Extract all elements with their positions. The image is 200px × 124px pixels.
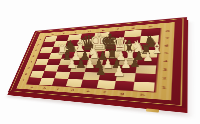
light-pawn: ♟ (143, 51, 154, 63)
dark-pawn: ♟ (96, 65, 107, 77)
pieces-cluster: ♜♞♝♛♚♚♛♝♞♜♞♝♝♟♟♞♟♜♟♜♟♟♟♟♟♟♟♟♟♟♟♟ (0, 0, 200, 124)
chess-set-product-photo: abcdefgh abcdefgh 87654321 87654321 ♜♞♝♛… (0, 0, 200, 124)
light-pawn: ♟ (113, 64, 126, 78)
